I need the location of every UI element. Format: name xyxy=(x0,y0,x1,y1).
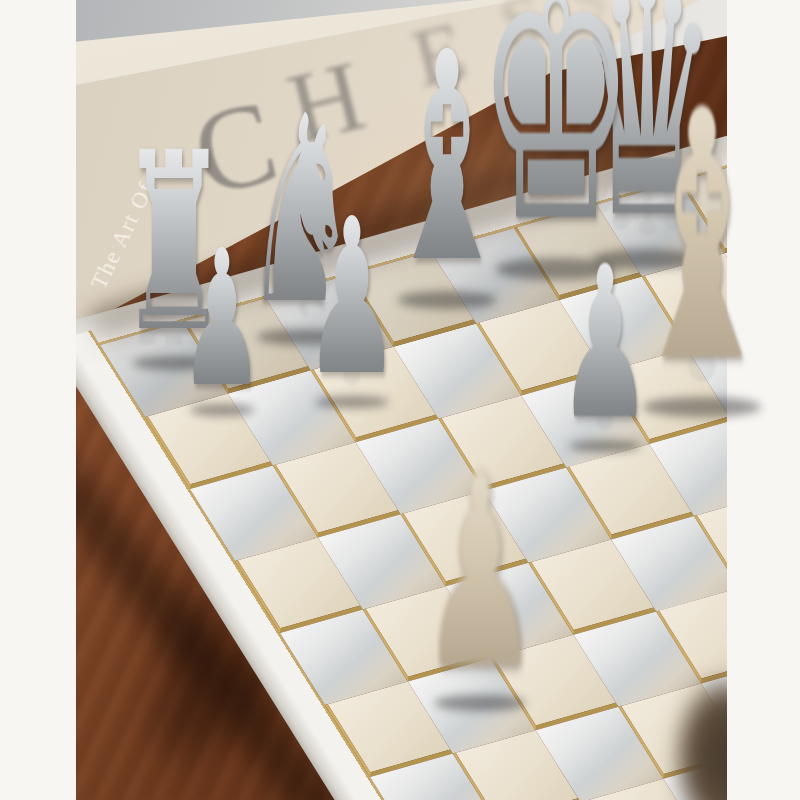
beige-pawn: ♟ xyxy=(420,438,540,706)
silver-pawn-a7: ♟ xyxy=(180,225,264,413)
silver-pawn-b7: ♟ xyxy=(304,190,400,405)
silver-bishop: ♝ xyxy=(382,15,511,303)
chess-product-photo: The Art Of CHESS ♛♛♚♝♞♞♜♜♟♟♟♟♟♝♝♟ xyxy=(0,0,800,800)
silver-pawn-e6: ♟ xyxy=(558,239,652,449)
left-white-margin xyxy=(0,0,76,800)
